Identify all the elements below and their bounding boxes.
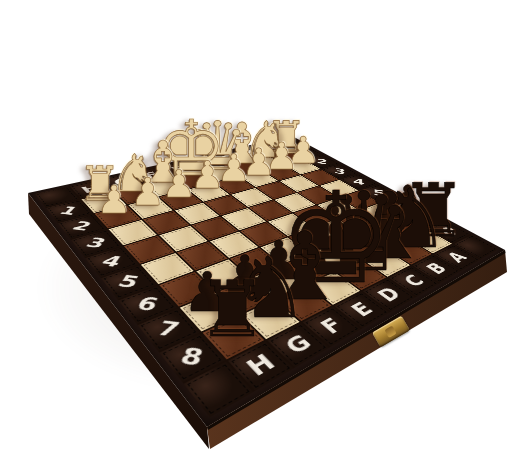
chess-board: HGFEDCBA1122334455667788HGFEDCBA <box>28 136 505 427</box>
chess-set-photo: HGFEDCBA1122334455667788HGFEDCBA ♜♞♝♛♚♝♞… <box>0 0 530 450</box>
board-grid: HGFEDCBA1122334455667788HGFEDCBA <box>35 138 498 417</box>
